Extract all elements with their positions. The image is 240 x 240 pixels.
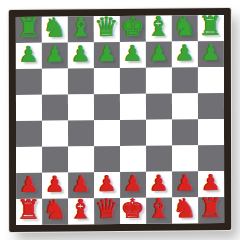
piece-green-pawn[interactable]: ♟ xyxy=(175,42,195,64)
square-f7[interactable]: ♟ xyxy=(146,42,172,68)
piece-green-pawn[interactable]: ♟ xyxy=(19,43,39,65)
piece-red-knight[interactable]: ♞ xyxy=(173,194,197,221)
square-c6[interactable] xyxy=(68,68,94,94)
square-d1[interactable]: ♛ xyxy=(94,198,120,224)
piece-green-queen[interactable]: ♛ xyxy=(95,13,119,40)
square-d6[interactable] xyxy=(94,68,120,94)
square-a5[interactable] xyxy=(16,95,42,121)
square-f5[interactable] xyxy=(146,94,172,120)
square-h6[interactable] xyxy=(198,67,224,93)
square-g3[interactable] xyxy=(172,145,198,171)
square-d3[interactable] xyxy=(94,146,120,172)
square-b1[interactable]: ♞ xyxy=(42,198,68,224)
piece-green-pawn[interactable]: ♟ xyxy=(201,42,221,64)
square-f4[interactable] xyxy=(146,120,172,146)
piece-green-pawn[interactable]: ♟ xyxy=(123,42,143,64)
piece-red-pawn[interactable]: ♟ xyxy=(71,173,91,195)
square-c7[interactable]: ♟ xyxy=(68,42,94,68)
square-a6[interactable] xyxy=(16,69,42,95)
square-a1[interactable]: ♜ xyxy=(16,199,42,225)
square-e7[interactable]: ♟ xyxy=(120,42,146,68)
square-f3[interactable] xyxy=(146,146,172,172)
square-g5[interactable] xyxy=(172,93,198,119)
square-h1[interactable]: ♜ xyxy=(198,197,224,223)
square-a4[interactable] xyxy=(16,121,42,147)
square-d5[interactable] xyxy=(94,94,120,120)
square-h4[interactable] xyxy=(198,119,224,145)
piece-red-queen[interactable]: ♛ xyxy=(95,195,119,222)
chess-board-frame: ♜♞♝♛♚♝♞♜♟♟♟♟♟♟♟♟♟♟♟♟♟♟♟♟♜♞♝♛♚♝♞♜ xyxy=(9,8,231,232)
square-b6[interactable] xyxy=(42,68,68,94)
square-e1[interactable]: ♚ xyxy=(120,198,146,224)
square-c1[interactable]: ♝ xyxy=(68,198,94,224)
piece-red-pawn[interactable]: ♟ xyxy=(201,172,221,194)
piece-green-pawn[interactable]: ♟ xyxy=(71,43,91,65)
square-a8[interactable]: ♜ xyxy=(16,17,42,43)
square-g8[interactable]: ♞ xyxy=(172,15,198,41)
piece-green-bishop[interactable]: ♝ xyxy=(69,13,93,40)
piece-green-bishop[interactable]: ♝ xyxy=(147,13,171,40)
piece-red-knight[interactable]: ♞ xyxy=(43,195,67,222)
piece-red-pawn[interactable]: ♟ xyxy=(45,173,65,195)
square-g4[interactable] xyxy=(172,119,198,145)
piece-green-rook[interactable]: ♜ xyxy=(17,14,41,41)
square-h3[interactable] xyxy=(198,145,224,171)
piece-red-bishop[interactable]: ♝ xyxy=(69,195,93,222)
square-c3[interactable] xyxy=(68,146,94,172)
square-c4[interactable] xyxy=(68,120,94,146)
square-g7[interactable]: ♟ xyxy=(172,41,198,67)
piece-green-pawn[interactable]: ♟ xyxy=(97,43,117,65)
square-h5[interactable] xyxy=(198,93,224,119)
square-b3[interactable] xyxy=(42,146,68,172)
piece-red-pawn[interactable]: ♟ xyxy=(175,172,195,194)
piece-green-knight[interactable]: ♞ xyxy=(43,13,67,40)
square-g1[interactable]: ♞ xyxy=(172,197,198,223)
piece-green-pawn[interactable]: ♟ xyxy=(149,42,169,64)
piece-green-pawn[interactable]: ♟ xyxy=(45,43,65,65)
piece-green-knight[interactable]: ♞ xyxy=(173,12,197,39)
piece-red-pawn[interactable]: ♟ xyxy=(149,172,169,194)
square-c8[interactable]: ♝ xyxy=(68,16,94,42)
square-f6[interactable] xyxy=(146,68,172,94)
square-b5[interactable] xyxy=(42,94,68,120)
square-g6[interactable] xyxy=(172,67,198,93)
piece-red-king[interactable]: ♚ xyxy=(121,195,145,222)
piece-green-king[interactable]: ♚ xyxy=(121,13,145,40)
piece-red-rook[interactable]: ♜ xyxy=(199,194,223,221)
piece-red-pawn[interactable]: ♟ xyxy=(123,172,143,194)
square-d8[interactable]: ♛ xyxy=(94,16,120,42)
square-h7[interactable]: ♟ xyxy=(198,41,224,67)
square-b4[interactable] xyxy=(42,120,68,146)
square-b8[interactable]: ♞ xyxy=(42,16,68,42)
square-e4[interactable] xyxy=(120,120,146,146)
square-d4[interactable] xyxy=(94,120,120,146)
square-e5[interactable] xyxy=(120,94,146,120)
piece-red-pawn[interactable]: ♟ xyxy=(97,173,117,195)
square-d7[interactable]: ♟ xyxy=(94,42,120,68)
square-h8[interactable]: ♜ xyxy=(198,15,224,41)
square-f1[interactable]: ♝ xyxy=(146,198,172,224)
square-a3[interactable] xyxy=(16,147,42,173)
square-b7[interactable]: ♟ xyxy=(42,42,68,68)
piece-red-pawn[interactable]: ♟ xyxy=(19,173,39,195)
page: ♜♞♝♛♚♝♞♜♟♟♟♟♟♟♟♟♟♟♟♟♟♟♟♟♜♞♝♛♚♝♞♜ xyxy=(0,0,240,240)
piece-red-bishop[interactable]: ♝ xyxy=(147,195,171,222)
piece-green-rook[interactable]: ♜ xyxy=(199,12,223,39)
square-c5[interactable] xyxy=(68,94,94,120)
square-e6[interactable] xyxy=(120,68,146,94)
piece-red-rook[interactable]: ♜ xyxy=(17,196,41,223)
square-e8[interactable]: ♚ xyxy=(120,16,146,42)
square-f8[interactable]: ♝ xyxy=(146,16,172,42)
chess-board: ♜♞♝♛♚♝♞♜♟♟♟♟♟♟♟♟♟♟♟♟♟♟♟♟♜♞♝♛♚♝♞♜ xyxy=(16,15,224,225)
square-a7[interactable]: ♟ xyxy=(16,43,42,69)
square-e3[interactable] xyxy=(120,146,146,172)
